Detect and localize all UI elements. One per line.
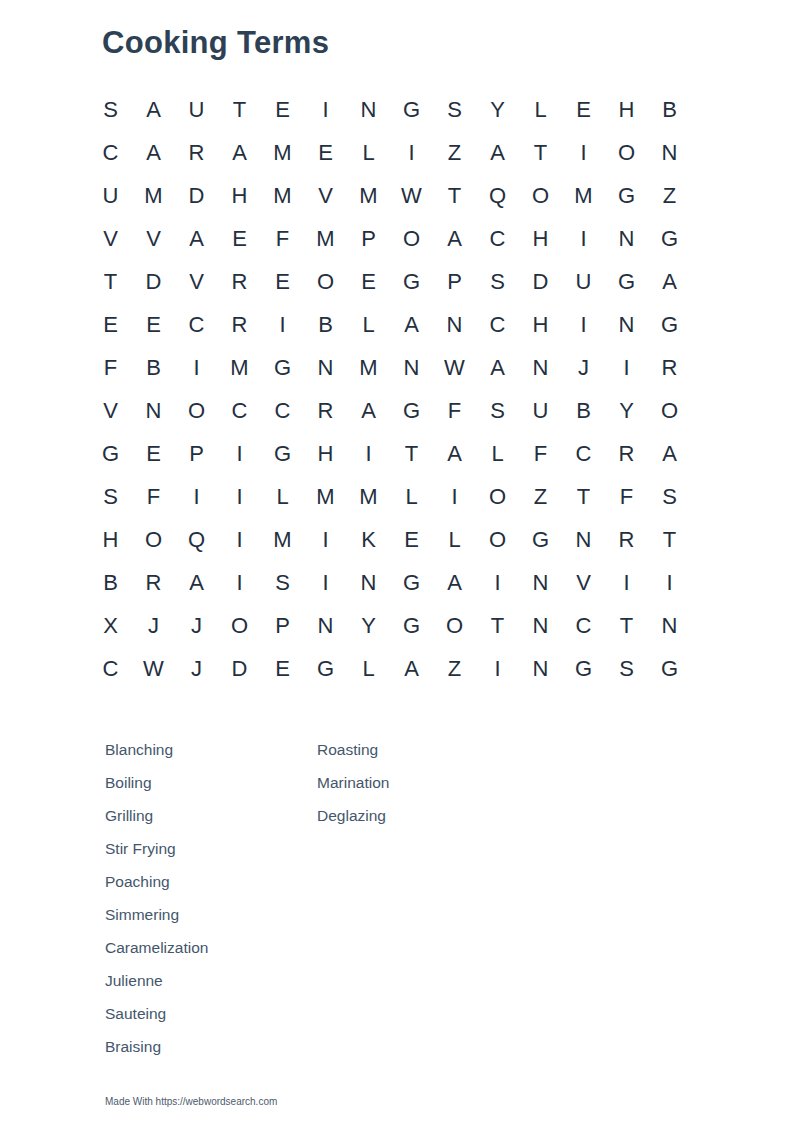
grid-cell-r2c1[interactable]: C [89,131,132,174]
grid-cell-r11c2[interactable]: O [132,518,175,561]
grid-cell-r4c11[interactable]: H [519,217,562,260]
grid-cell-r9c10[interactable]: L [476,432,519,475]
word-list-item: Roasting [317,733,529,766]
grid-cell-r2c13[interactable]: O [605,131,648,174]
grid-cell-r12c6[interactable]: I [304,561,347,604]
grid-cell-r11c14[interactable]: T [648,518,691,561]
grid-cell-r7c7[interactable]: M [347,346,390,389]
grid-cell-r1c10[interactable]: Y [476,88,519,131]
grid-cell-r14c8[interactable]: A [390,647,433,690]
grid-cell-r11c9[interactable]: L [433,518,476,561]
grid-cell-r5c6[interactable]: O [304,260,347,303]
grid-cell-r1c11[interactable]: L [519,88,562,131]
grid-cell-r3c9[interactable]: T [433,174,476,217]
grid-cell-r12c2[interactable]: R [132,561,175,604]
grid-cell-r10c5[interactable]: L [261,475,304,518]
word-list-item: Braising [105,1030,317,1063]
grid-cell-r4c14[interactable]: G [648,217,691,260]
grid-cell-r6c10[interactable]: C [476,303,519,346]
grid-cell-r10c7[interactable]: M [347,475,390,518]
grid-cell-r13c2[interactable]: J [132,604,175,647]
grid-cell-r13c12[interactable]: C [562,604,605,647]
grid-cell-r1c3[interactable]: U [175,88,218,131]
grid-cell-r4c8[interactable]: O [390,217,433,260]
grid-cell-r7c11[interactable]: N [519,346,562,389]
word-list-column-2: RoastingMarinationDeglazing [317,733,529,832]
grid-cell-r8c3[interactable]: O [175,389,218,432]
grid-cell-r8c9[interactable]: F [433,389,476,432]
grid-cell-r4c4[interactable]: E [218,217,261,260]
grid-cell-r11c1[interactable]: H [89,518,132,561]
grid-cell-r2c5[interactable]: M [261,131,304,174]
grid-cell-r14c9[interactable]: Z [433,647,476,690]
grid-cell-r2c7[interactable]: L [347,131,390,174]
grid-cell-r11c3[interactable]: Q [175,518,218,561]
grid-cell-r3c1[interactable]: U [89,174,132,217]
grid-cell-r1c5[interactable]: E [261,88,304,131]
grid-cell-r7c10[interactable]: A [476,346,519,389]
grid-cell-r14c12[interactable]: G [562,647,605,690]
grid-cell-r5c12[interactable]: U [562,260,605,303]
word-list-item: Grilling [105,799,317,832]
grid-cell-r1c9[interactable]: S [433,88,476,131]
grid-cell-r10c6[interactable]: M [304,475,347,518]
grid-cell-r1c1[interactable]: S [89,88,132,131]
grid-cell-r10c4[interactable]: I [218,475,261,518]
grid-cell-r7c5[interactable]: G [261,346,304,389]
word-list-item: Deglazing [317,799,529,832]
grid-cell-r12c10[interactable]: I [476,561,519,604]
grid-cell-r4c13[interactable]: N [605,217,648,260]
word-list-item: Julienne [105,964,317,997]
grid-cell-r10c12[interactable]: T [562,475,605,518]
grid-cell-r14c13[interactable]: S [605,647,648,690]
grid-cell-r1c6[interactable]: I [304,88,347,131]
grid-cell-r6c12[interactable]: I [562,303,605,346]
grid-cell-r10c1[interactable]: S [89,475,132,518]
grid-cell-r9c12[interactable]: C [562,432,605,475]
grid-cell-r9c5[interactable]: G [261,432,304,475]
grid-cell-r1c2[interactable]: A [132,88,175,131]
grid-cell-r14c14[interactable]: G [648,647,691,690]
grid-cell-r14c7[interactable]: L [347,647,390,690]
grid-cell-r6c7[interactable]: L [347,303,390,346]
grid-cell-r11c11[interactable]: G [519,518,562,561]
grid-cell-r2c11[interactable]: T [519,131,562,174]
grid-cell-r12c4[interactable]: I [218,561,261,604]
grid-cell-r5c7[interactable]: E [347,260,390,303]
grid-cell-r9c4[interactable]: I [218,432,261,475]
grid-cell-r6c1[interactable]: E [89,303,132,346]
grid-cell-r3c7[interactable]: M [347,174,390,217]
grid-cell-r12c9[interactable]: A [433,561,476,604]
grid-cell-r7c1[interactable]: F [89,346,132,389]
grid-cell-r7c6[interactable]: N [304,346,347,389]
grid-cell-r3c10[interactable]: Q [476,174,519,217]
word-search-grid: SAUTEINGSYLEHBCARAMELIZATIONUMDHMVMWTQOM… [89,88,691,690]
grid-cell-r9c8[interactable]: T [390,432,433,475]
grid-cell-r6c5[interactable]: I [261,303,304,346]
grid-cell-r4c2[interactable]: V [132,217,175,260]
grid-cell-r11c10[interactable]: O [476,518,519,561]
grid-cell-r13c6[interactable]: N [304,604,347,647]
grid-cell-r6c13[interactable]: N [605,303,648,346]
grid-cell-r13c8[interactable]: G [390,604,433,647]
grid-cell-r9c14[interactable]: A [648,432,691,475]
grid-cell-r7c9[interactable]: W [433,346,476,389]
grid-cell-r1c12[interactable]: E [562,88,605,131]
grid-cell-r12c13[interactable]: I [605,561,648,604]
grid-cell-r8c14[interactable]: O [648,389,691,432]
grid-cell-r1c7[interactable]: N [347,88,390,131]
grid-cell-r8c12[interactable]: B [562,389,605,432]
grid-cell-r5c14[interactable]: A [648,260,691,303]
grid-cell-r12c3[interactable]: A [175,561,218,604]
grid-cell-r4c12[interactable]: I [562,217,605,260]
grid-cell-r13c5[interactable]: P [261,604,304,647]
word-list-item: Stir Frying [105,832,317,865]
grid-cell-r4c3[interactable]: A [175,217,218,260]
grid-cell-r9c11[interactable]: F [519,432,562,475]
grid-cell-r10c8[interactable]: L [390,475,433,518]
grid-cell-r9c7[interactable]: I [347,432,390,475]
word-list-item: Sauteing [105,997,317,1030]
grid-cell-r14c6[interactable]: G [304,647,347,690]
grid-cell-r4c6[interactable]: M [304,217,347,260]
puzzle-title: Cooking Terms [102,25,329,61]
grid-cell-r14c3[interactable]: J [175,647,218,690]
grid-cell-r9c1[interactable]: G [89,432,132,475]
word-list-item: Poaching [105,865,317,898]
grid-cell-r11c6[interactable]: I [304,518,347,561]
grid-cell-r7c13[interactable]: I [605,346,648,389]
grid-cell-r8c4[interactable]: C [218,389,261,432]
credit-text: Made With https://webwordsearch.com [105,1096,277,1107]
grid-cell-r2c4[interactable]: A [218,131,261,174]
grid-cell-r3c4[interactable]: H [218,174,261,217]
grid-cell-r11c13[interactable]: R [605,518,648,561]
grid-cell-r6c14[interactable]: G [648,303,691,346]
grid-cell-r1c8[interactable]: G [390,88,433,131]
grid-cell-r8c1[interactable]: V [89,389,132,432]
grid-cell-r5c3[interactable]: V [175,260,218,303]
grid-cell-r3c14[interactable]: Z [648,174,691,217]
grid-cell-r13c1[interactable]: X [89,604,132,647]
grid-cell-r8c2[interactable]: N [132,389,175,432]
grid-cell-r3c2[interactable]: M [132,174,175,217]
grid-cell-r14c11[interactable]: N [519,647,562,690]
word-list-column-1: BlanchingBoilingGrillingStir FryingPoach… [105,733,317,1063]
grid-cell-r3c8[interactable]: W [390,174,433,217]
grid-cell-r7c4[interactable]: M [218,346,261,389]
grid-cell-r8c8[interactable]: G [390,389,433,432]
grid-cell-r8c5[interactable]: C [261,389,304,432]
grid-cell-r8c13[interactable]: Y [605,389,648,432]
grid-cell-r5c5[interactable]: E [261,260,304,303]
grid-cell-r5c11[interactable]: D [519,260,562,303]
word-list: BlanchingBoilingGrillingStir FryingPoach… [105,733,529,1063]
grid-cell-r14c2[interactable]: W [132,647,175,690]
grid-cell-r5c9[interactable]: P [433,260,476,303]
grid-cell-r3c12[interactable]: M [562,174,605,217]
grid-cell-r14c10[interactable]: I [476,647,519,690]
word-list-item: Caramelization [105,931,317,964]
grid-cell-r13c3[interactable]: J [175,604,218,647]
grid-cell-r9c9[interactable]: A [433,432,476,475]
grid-cell-r14c5[interactable]: E [261,647,304,690]
grid-cell-r11c8[interactable]: E [390,518,433,561]
grid-cell-r11c4[interactable]: I [218,518,261,561]
grid-cell-r9c6[interactable]: H [304,432,347,475]
grid-cell-r13c13[interactable]: T [605,604,648,647]
grid-cell-r11c5[interactable]: M [261,518,304,561]
grid-cell-r7c14[interactable]: R [648,346,691,389]
grid-cell-r6c11[interactable]: H [519,303,562,346]
grid-cell-r2c9[interactable]: Z [433,131,476,174]
grid-cell-r2c10[interactable]: A [476,131,519,174]
grid-cell-r5c10[interactable]: S [476,260,519,303]
grid-cell-r2c6[interactable]: E [304,131,347,174]
grid-cell-r13c9[interactable]: O [433,604,476,647]
grid-cell-r10c10[interactable]: O [476,475,519,518]
grid-cell-r7c12[interactable]: J [562,346,605,389]
grid-cell-r6c8[interactable]: A [390,303,433,346]
grid-cell-r5c2[interactable]: D [132,260,175,303]
grid-cell-r8c10[interactable]: S [476,389,519,432]
grid-cell-r6c9[interactable]: N [433,303,476,346]
grid-cell-r4c1[interactable]: V [89,217,132,260]
grid-cell-r3c5[interactable]: M [261,174,304,217]
grid-cell-r10c3[interactable]: I [175,475,218,518]
grid-cell-r10c14[interactable]: S [648,475,691,518]
grid-cell-r12c5[interactable]: S [261,561,304,604]
grid-cell-r5c4[interactable]: R [218,260,261,303]
grid-cell-r13c10[interactable]: T [476,604,519,647]
grid-cell-r1c14[interactable]: B [648,88,691,131]
grid-cell-r6c3[interactable]: C [175,303,218,346]
grid-cell-r8c11[interactable]: U [519,389,562,432]
grid-cell-r3c11[interactable]: O [519,174,562,217]
grid-cell-r7c8[interactable]: N [390,346,433,389]
grid-cell-r9c3[interactable]: P [175,432,218,475]
grid-cell-r4c7[interactable]: P [347,217,390,260]
grid-cell-r12c11[interactable]: N [519,561,562,604]
grid-cell-r3c3[interactable]: D [175,174,218,217]
grid-cell-r3c13[interactable]: G [605,174,648,217]
grid-cell-r5c1[interactable]: T [89,260,132,303]
grid-cell-r13c11[interactable]: N [519,604,562,647]
word-list-item: Blanching [105,733,317,766]
grid-cell-r2c2[interactable]: A [132,131,175,174]
grid-cell-r10c2[interactable]: F [132,475,175,518]
grid-cell-r3c6[interactable]: V [304,174,347,217]
grid-cell-r4c9[interactable]: A [433,217,476,260]
grid-cell-r12c7[interactable]: N [347,561,390,604]
grid-cell-r12c8[interactable]: G [390,561,433,604]
grid-cell-r10c11[interactable]: Z [519,475,562,518]
grid-cell-r10c9[interactable]: I [433,475,476,518]
word-list-item: Boiling [105,766,317,799]
grid-cell-r11c12[interactable]: N [562,518,605,561]
grid-cell-r2c3[interactable]: R [175,131,218,174]
grid-cell-r12c14[interactable]: I [648,561,691,604]
grid-cell-r2c8[interactable]: I [390,131,433,174]
grid-cell-r6c4[interactable]: R [218,303,261,346]
grid-cell-r2c12[interactable]: I [562,131,605,174]
grid-cell-r13c7[interactable]: Y [347,604,390,647]
grid-cell-r6c6[interactable]: B [304,303,347,346]
grid-cell-r12c12[interactable]: V [562,561,605,604]
grid-cell-r13c14[interactable]: N [648,604,691,647]
grid-cell-r4c5[interactable]: F [261,217,304,260]
grid-cell-r6c2[interactable]: E [132,303,175,346]
grid-cell-r10c13[interactable]: F [605,475,648,518]
word-list-item: Marination [317,766,529,799]
grid-cell-r14c1[interactable]: C [89,647,132,690]
grid-cell-r2c14[interactable]: N [648,131,691,174]
grid-cell-r11c7[interactable]: K [347,518,390,561]
grid-cell-r9c2[interactable]: E [132,432,175,475]
grid-cell-r1c13[interactable]: H [605,88,648,131]
grid-cell-r5c8[interactable]: G [390,260,433,303]
grid-cell-r8c6[interactable]: R [304,389,347,432]
grid-cell-r14c4[interactable]: D [218,647,261,690]
grid-cell-r1c4[interactable]: T [218,88,261,131]
grid-cell-r7c3[interactable]: I [175,346,218,389]
grid-cell-r9c13[interactable]: R [605,432,648,475]
grid-cell-r4c10[interactable]: C [476,217,519,260]
grid-cell-r8c7[interactable]: A [347,389,390,432]
word-list-item: Simmering [105,898,317,931]
grid-cell-r13c4[interactable]: O [218,604,261,647]
grid-cell-r12c1[interactable]: B [89,561,132,604]
grid-cell-r7c2[interactable]: B [132,346,175,389]
grid-cell-r5c13[interactable]: G [605,260,648,303]
